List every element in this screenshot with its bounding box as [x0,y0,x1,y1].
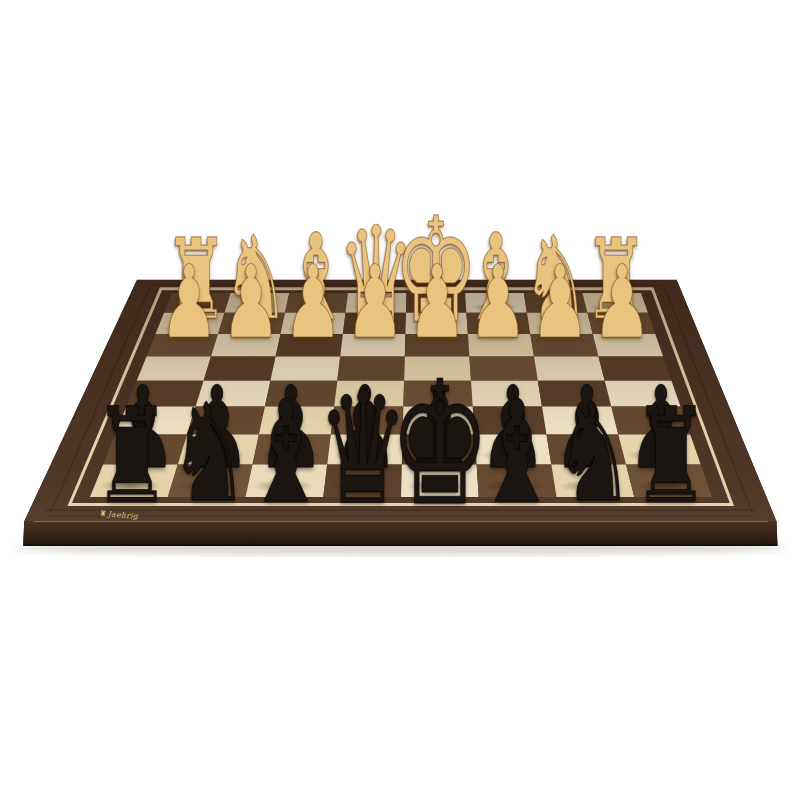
square-r2c7 [593,334,663,357]
square-r6c6 [547,435,627,465]
square-r0c5 [465,293,527,313]
square-r1c2 [281,313,346,334]
chess-board [0,0,800,800]
square-r7c7 [626,465,712,498]
square-r5c3 [331,407,404,435]
square-r3c6 [534,357,605,381]
square-r3c3 [337,357,405,381]
square-r6c0 [103,435,187,465]
square-r5c5 [473,407,547,435]
square-r4c4 [403,381,472,407]
square-r3c4 [404,357,471,381]
square-r4c2 [265,381,337,407]
square-r7c2 [246,465,328,498]
square-r6c2 [253,435,331,465]
square-r2c5 [468,334,534,357]
square-r3c7 [599,357,672,381]
square-r0c1 [225,293,290,313]
square-r7c5 [477,465,557,498]
square-r1c1 [218,313,285,334]
square-r3c1 [204,357,276,381]
square-r2c4 [405,334,470,357]
square-r1c3 [343,313,406,334]
square-r6c3 [327,435,403,465]
square-r5c6 [542,407,618,435]
square-r6c5 [475,435,552,465]
square-r3c2 [270,357,340,381]
square-r4c6 [538,381,612,407]
square-r2c3 [340,334,405,357]
square-r3c0 [137,357,211,381]
square-r1c7 [587,313,655,334]
square-r3c5 [469,357,537,381]
square-r0c0 [164,293,231,313]
square-r1c4 [405,313,468,334]
square-r2c1 [211,334,281,357]
square-r7c0 [90,465,178,498]
square-r4c0 [126,381,203,407]
square-r0c7 [582,293,648,313]
square-r1c5 [466,313,530,334]
square-r2c2 [276,334,343,357]
square-r7c3 [323,465,402,498]
square-r7c1 [168,465,253,498]
square-r4c3 [334,381,404,407]
square-r5c7 [611,407,690,435]
square-r6c7 [618,435,700,465]
square-r4c7 [605,381,681,407]
square-r2c0 [147,334,219,357]
square-r6c4 [402,435,477,465]
square-r5c1 [187,407,265,435]
square-r1c0 [156,313,225,334]
square-r7c6 [551,465,634,498]
square-r2c6 [530,334,598,357]
square-r0c3 [346,293,407,313]
board-front-face [23,521,777,545]
square-r0c6 [524,293,588,313]
square-r4c1 [196,381,271,407]
square-r0c2 [285,293,348,313]
square-r5c4 [403,407,475,435]
square-r1c6 [527,313,593,334]
square-r4c5 [471,381,542,407]
square-r5c0 [115,407,196,435]
square-r0c4 [406,293,466,313]
square-r7c4 [401,465,479,498]
square-r5c2 [259,407,334,435]
square-r6c1 [178,435,259,465]
chessboard-photo: ♜♞♝♛♚♝♞♜♟♟♟♟♟♟♟♟♟♟♟♟♟♟♟♟♜♞♝♛♚♝♞♜ ♜Jaehri… [0,0,800,800]
